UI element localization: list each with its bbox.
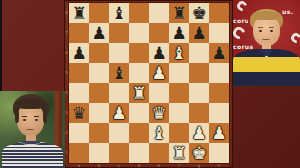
player-mouth (262, 38, 270, 40)
square-e8[interactable] (149, 3, 169, 23)
square-g2[interactable]: ♟ (189, 123, 209, 143)
square-a8[interactable]: ♜ (69, 3, 89, 23)
square-d1[interactable] (129, 143, 149, 163)
square-b5[interactable] (89, 63, 109, 83)
white-pawn-e5[interactable]: ♟ (149, 63, 169, 83)
file-label-d: d (129, 163, 149, 168)
black-queen-a3[interactable]: ♛ (69, 103, 89, 123)
square-b8[interactable] (89, 3, 109, 23)
square-g5[interactable] (189, 63, 209, 83)
square-d4[interactable]: ♜ (129, 83, 149, 103)
white-pawn-h2[interactable]: ♟ (209, 123, 229, 143)
square-d7[interactable] (129, 23, 149, 43)
square-a4[interactable] (69, 83, 89, 103)
file-label-h: h (209, 163, 229, 168)
player-eyebrow (258, 27, 263, 28)
square-g8[interactable]: ♚ (189, 3, 209, 23)
rank-label-7: 7 (64, 23, 69, 43)
square-g1[interactable]: ♚ (189, 143, 209, 163)
square-h2[interactable]: ♟ (209, 123, 229, 143)
square-c3[interactable]: ♟ (109, 103, 129, 123)
square-e1[interactable] (149, 143, 169, 163)
corus-logo-icon (235, 0, 249, 13)
square-f2[interactable] (169, 123, 189, 143)
black-pawn-e6[interactable]: ♟ (149, 43, 169, 63)
player-hair-fringe (16, 99, 46, 109)
white-pawn-g2[interactable]: ♟ (189, 123, 209, 143)
square-b2[interactable] (89, 123, 109, 143)
player-hair-side (43, 109, 47, 123)
file-label-a: a (69, 163, 89, 168)
square-c2[interactable] (109, 123, 129, 143)
square-c5[interactable]: ♝ (109, 63, 129, 83)
file-label-e: e (149, 163, 169, 168)
square-h3[interactable] (209, 103, 229, 123)
white-bishop-f6[interactable]: ♝ (169, 43, 189, 63)
square-h8[interactable] (209, 3, 229, 23)
square-e6[interactable]: ♟ (149, 43, 169, 63)
file-label-c: c (109, 163, 129, 168)
square-e2[interactable]: ♝ (149, 123, 169, 143)
square-c1[interactable] (109, 143, 129, 163)
chess-board-grid: ♜♝♜♚♟♟♟♟♟♝♟♝♟♜♛♟♛♝♟♟♜♚ (69, 3, 229, 163)
square-b1[interactable] (89, 143, 109, 163)
white-bishop-e2[interactable]: ♝ (149, 123, 169, 143)
player-eyebrow (34, 116, 39, 117)
player-hair-fringe (252, 11, 281, 20)
player-eye (23, 119, 26, 121)
square-a5[interactable] (69, 63, 89, 83)
square-h5[interactable] (209, 63, 229, 83)
square-f1[interactable]: ♜ (169, 143, 189, 163)
white-queen-e3[interactable]: ♛ (149, 103, 169, 123)
black-rook-a8[interactable]: ♜ (69, 3, 89, 23)
square-h6[interactable]: ♟ (209, 43, 229, 63)
player-mouth (26, 128, 34, 130)
player-hair-side (15, 109, 19, 123)
player-eye (270, 30, 273, 32)
square-d2[interactable] (129, 123, 149, 143)
chess-board-frame: ♜♝♜♚♟♟♟♟♟♝♟♝♟♜♛♟♛♝♟♟♜♚ abcdefgh 87654321 (64, 0, 233, 168)
screenshot-canvas: ♜♝♜♚♟♟♟♟♟♝♟♝♟♜♛♟♛♝♟♟♜♚ abcdefgh 87654321… (0, 0, 300, 168)
rank-label-8: 8 (64, 3, 69, 23)
player-eyebrow (269, 27, 274, 28)
player-eyebrow (22, 116, 27, 117)
file-label-f: f (169, 163, 189, 168)
square-f5[interactable] (169, 63, 189, 83)
square-e4[interactable] (149, 83, 169, 103)
square-a1[interactable] (69, 143, 89, 163)
square-h7[interactable] (209, 23, 229, 43)
square-c8[interactable]: ♝ (109, 3, 129, 23)
square-d6[interactable] (129, 43, 149, 63)
square-b7[interactable]: ♟ (89, 23, 109, 43)
corus-logo-icon (233, 25, 247, 42)
black-rook-f8[interactable]: ♜ (169, 3, 189, 23)
white-rook-f1[interactable]: ♜ (169, 143, 189, 163)
black-pawn-h6[interactable]: ♟ (209, 43, 229, 63)
square-b3[interactable] (89, 103, 109, 123)
square-f6[interactable]: ♝ (169, 43, 189, 63)
square-d8[interactable] (129, 3, 149, 23)
player-photo-top-right: corus us. corus (233, 0, 300, 86)
square-g4[interactable] (189, 83, 209, 103)
player-eye (35, 119, 38, 121)
square-f4[interactable] (169, 83, 189, 103)
corus-logo-icon (289, 31, 300, 45)
black-king-g8[interactable]: ♚ (189, 3, 209, 23)
square-h4[interactable] (209, 83, 229, 103)
square-f8[interactable]: ♜ (169, 3, 189, 23)
square-a7[interactable] (69, 23, 89, 43)
square-b4[interactable] (89, 83, 109, 103)
black-pawn-a6[interactable]: ♟ (69, 43, 89, 63)
square-a3[interactable]: ♛ (69, 103, 89, 123)
white-rook-d4[interactable]: ♜ (129, 83, 149, 103)
square-g6[interactable] (189, 43, 209, 63)
player-shirt (2, 142, 63, 168)
square-g3[interactable] (189, 103, 209, 123)
white-king-g1[interactable]: ♚ (189, 143, 209, 163)
black-pawn-f7[interactable]: ♟ (169, 23, 189, 43)
player-shirt-collar (22, 141, 40, 145)
square-d5[interactable] (129, 63, 149, 83)
corus-wordmark: corus (233, 17, 248, 24)
square-c6[interactable] (109, 43, 129, 63)
square-b6[interactable] (89, 43, 109, 63)
rank-label-5: 5 (64, 63, 69, 83)
player-photo-bottom-left (0, 91, 65, 168)
corus-wordmark-fragment: us. (282, 8, 293, 15)
file-coordinates: abcdefgh (69, 163, 229, 168)
rank-label-6: 6 (64, 43, 69, 63)
square-a2[interactable] (69, 123, 89, 143)
square-h1[interactable] (209, 143, 229, 163)
square-e5[interactable]: ♟ (149, 63, 169, 83)
black-bishop-c5[interactable]: ♝ (109, 63, 129, 83)
square-c4[interactable] (109, 83, 129, 103)
black-pawn-b7[interactable]: ♟ (89, 23, 109, 43)
white-pawn-c3[interactable]: ♟ (109, 103, 129, 123)
black-pawn-g7[interactable]: ♟ (189, 23, 209, 43)
square-f3[interactable] (169, 103, 189, 123)
file-label-b: b (89, 163, 109, 168)
file-label-g: g (189, 163, 209, 168)
square-e3[interactable]: ♛ (149, 103, 169, 123)
square-e7[interactable] (149, 23, 169, 43)
square-c7[interactable] (109, 23, 129, 43)
square-d3[interactable] (129, 103, 149, 123)
square-f7[interactable]: ♟ (169, 23, 189, 43)
black-bishop-c8[interactable]: ♝ (109, 3, 129, 23)
square-a6[interactable]: ♟ (69, 43, 89, 63)
player-eye (259, 30, 262, 32)
square-g7[interactable]: ♟ (189, 23, 209, 43)
